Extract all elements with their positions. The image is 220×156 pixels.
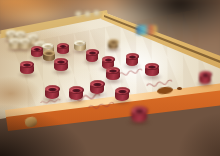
- checker-shadow: [41, 95, 64, 103]
- checker-shadow: [105, 47, 122, 53]
- checker-shadow: [103, 77, 124, 85]
- checker-top: [74, 40, 86, 46]
- checker-top: [15, 31, 26, 37]
- checker-top: [6, 30, 17, 36]
- checker-shadow: [40, 58, 58, 65]
- checker-top: [69, 86, 84, 94]
- checker-top: [20, 61, 34, 68]
- backgammon-photo-scene: [0, 0, 220, 156]
- checker-top: [102, 56, 115, 63]
- checker-shadow: [54, 51, 72, 58]
- checker-top: [126, 53, 139, 60]
- checker-shadow: [17, 71, 38, 79]
- checker-shadow: [142, 73, 163, 81]
- checker-top: [199, 71, 212, 78]
- blurred-far-checker: [84, 11, 91, 17]
- checkers-layer: [0, 0, 220, 156]
- checker-shadow: [71, 48, 89, 55]
- checker-top: [28, 34, 39, 40]
- blurred-far-checker: [93, 10, 100, 16]
- checker-top: [45, 85, 60, 93]
- checker-top: [131, 106, 148, 115]
- checker-shadow: [51, 68, 72, 76]
- checker-shadow: [122, 62, 142, 69]
- checker-shadow: [195, 80, 215, 87]
- checker-shadow: [126, 118, 152, 127]
- checker-top: [42, 43, 54, 49]
- checker-top: [57, 43, 69, 49]
- checker-shadow: [65, 96, 88, 104]
- checker-shadow: [82, 58, 102, 65]
- checker-shadow: [111, 97, 134, 105]
- blurred-far-checker: [75, 11, 82, 17]
- checker-top: [115, 87, 130, 95]
- checker-top: [108, 39, 119, 45]
- checker-shadow: [98, 65, 118, 72]
- checker-top: [145, 63, 159, 70]
- checker-shadow: [86, 90, 109, 98]
